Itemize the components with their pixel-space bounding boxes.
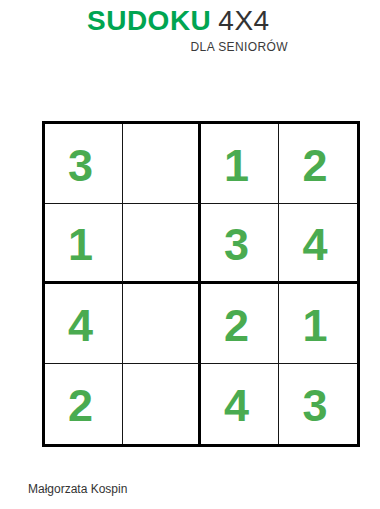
cell-r1c4[interactable]: 2 — [279, 124, 357, 204]
cell-r2c1[interactable]: 1 — [45, 204, 123, 284]
cell-r3c1[interactable]: 4 — [45, 284, 123, 364]
cell-r1c3[interactable]: 1 — [201, 124, 279, 204]
sudoku-grid: 3 1 2 1 3 4 4 2 1 2 4 3 — [42, 121, 360, 447]
cell-r1c2[interactable] — [123, 124, 201, 204]
title-word-sudoku: SUDOKU — [87, 5, 211, 36]
cell-r3c2[interactable] — [123, 284, 201, 364]
cell-r4c2[interactable] — [123, 364, 201, 444]
cell-r2c4[interactable]: 4 — [279, 204, 357, 284]
cell-r4c3[interactable]: 4 — [201, 364, 279, 444]
cell-r2c2[interactable] — [123, 204, 201, 284]
cell-r4c4[interactable]: 3 — [279, 364, 357, 444]
subtitle-dla-seniorow: DLA SENIORÓW — [191, 40, 288, 54]
cell-r3c4[interactable]: 1 — [279, 284, 357, 364]
cell-r2c3[interactable]: 3 — [201, 204, 279, 284]
page-title: SUDOKU4X4 — [87, 6, 270, 36]
title-size-4x4: 4X4 — [218, 5, 269, 36]
cell-r3c3[interactable]: 2 — [201, 284, 279, 364]
cell-r4c1[interactable]: 2 — [45, 364, 123, 444]
author-name: Małgorzata Kospin — [28, 482, 127, 496]
cell-r1c1[interactable]: 3 — [45, 124, 123, 204]
